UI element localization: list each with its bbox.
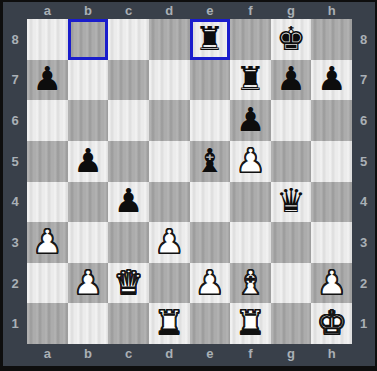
piece-white-king[interactable]: ♚ [317,306,347,339]
file-labels-bottom: abcdefgh [27,344,352,366]
coord-label-h: h [311,344,352,366]
piece-black-queen[interactable]: ♛ [276,184,306,217]
piece-black-pawn[interactable]: ♟ [317,62,347,95]
piece-black-pawn[interactable]: ♟ [276,62,306,95]
square-f4[interactable] [230,182,271,223]
chess-board: ♜♚♟♜♟♟♟♟♝♟♟♛♟♟♟♛♟♝♟♜♜♚ [27,19,352,344]
chess-board-widget: abcdefgh 87654321 ♜♚♟♜♟♟♟♟♝♟♟♛♟♟♟♛♟♝♟♜♜♚… [0,0,377,371]
coord-label-4: 4 [352,182,375,223]
piece-black-rook[interactable]: ♜ [236,62,266,95]
coord-label-a: a [27,2,68,19]
square-c5[interactable] [108,141,149,182]
coord-label-f: f [230,344,271,366]
file-labels-top: abcdefgh [27,2,352,19]
coord-label-2: 2 [352,263,375,304]
square-g5[interactable] [271,141,312,182]
square-e3[interactable] [190,222,231,263]
coord-label-e: e [190,344,231,366]
piece-white-pawn[interactable]: ♟ [33,225,63,258]
coord-label-4: 4 [3,182,27,223]
coord-label-e: e [190,2,231,19]
square-h2[interactable]: ♟ [311,263,352,304]
square-b2[interactable]: ♟ [68,263,109,304]
square-c6[interactable] [108,100,149,141]
square-b7[interactable] [68,60,109,101]
square-g3[interactable] [271,222,312,263]
coord-label-5: 5 [352,141,375,182]
square-f1[interactable]: ♜ [230,303,271,344]
square-g2[interactable] [271,263,312,304]
coord-label-f: f [230,2,271,19]
square-a5[interactable] [27,141,68,182]
square-c4[interactable]: ♟ [108,182,149,223]
square-c7[interactable] [108,60,149,101]
coord-label-5: 5 [3,141,27,182]
corner-bottom-right [352,344,375,366]
square-e2[interactable]: ♟ [190,263,231,304]
square-h6[interactable] [311,100,352,141]
coord-label-b: b [68,2,109,19]
board-frame: abcdefgh 87654321 ♜♚♟♜♟♟♟♟♝♟♟♛♟♟♟♛♟♝♟♜♜♚… [3,2,375,366]
square-h5[interactable] [311,141,352,182]
square-a7[interactable]: ♟ [27,60,68,101]
square-a4[interactable] [27,182,68,223]
square-b1[interactable] [68,303,109,344]
square-c1[interactable] [108,303,149,344]
piece-black-pawn[interactable]: ♟ [236,103,266,136]
square-d6[interactable] [149,100,190,141]
square-b8[interactable] [68,19,109,60]
piece-white-pawn[interactable]: ♟ [154,225,184,258]
coord-label-8: 8 [352,19,375,60]
piece-white-pawn[interactable]: ♟ [317,266,347,299]
square-h1[interactable]: ♚ [311,303,352,344]
corner-bottom-left [3,344,27,366]
square-a2[interactable] [27,263,68,304]
coord-label-8: 8 [3,19,27,60]
square-f5[interactable]: ♟ [230,141,271,182]
coord-label-h: h [311,2,352,19]
coord-label-1: 1 [352,303,375,344]
piece-white-pawn[interactable]: ♟ [195,266,225,299]
piece-black-bishop[interactable]: ♝ [195,144,225,177]
coord-label-b: b [68,344,109,366]
square-g6[interactable] [271,100,312,141]
square-g4[interactable]: ♛ [271,182,312,223]
square-d8[interactable] [149,19,190,60]
piece-white-rook[interactable]: ♜ [236,306,266,339]
square-a8[interactable] [27,19,68,60]
coord-label-c: c [108,344,149,366]
square-c3[interactable] [108,222,149,263]
square-d4[interactable] [149,182,190,223]
coord-label-g: g [271,2,312,19]
square-d3[interactable]: ♟ [149,222,190,263]
square-d2[interactable] [149,263,190,304]
square-d5[interactable] [149,141,190,182]
square-g7[interactable]: ♟ [271,60,312,101]
square-e5[interactable]: ♝ [190,141,231,182]
coord-label-6: 6 [3,100,27,141]
rank-labels-right: 87654321 [352,19,375,344]
square-a3[interactable]: ♟ [27,222,68,263]
coord-label-c: c [108,2,149,19]
coord-label-3: 3 [3,222,27,263]
piece-white-pawn[interactable]: ♟ [236,144,266,177]
coord-label-7: 7 [3,60,27,101]
square-b4[interactable] [68,182,109,223]
square-g1[interactable] [271,303,312,344]
square-g8[interactable]: ♚ [271,19,312,60]
square-f2[interactable]: ♝ [230,263,271,304]
coord-label-d: d [149,2,190,19]
coord-label-g: g [271,344,312,366]
square-f7[interactable]: ♜ [230,60,271,101]
square-e6[interactable] [190,100,231,141]
coord-label-a: a [27,344,68,366]
piece-black-pawn[interactable]: ♟ [114,184,144,217]
corner-top-left [3,2,27,19]
piece-white-bishop[interactable]: ♝ [236,266,266,299]
square-c8[interactable] [108,19,149,60]
square-b3[interactable] [68,222,109,263]
square-e1[interactable] [190,303,231,344]
square-a1[interactable] [27,303,68,344]
piece-black-pawn[interactable]: ♟ [33,62,63,95]
coord-label-1: 1 [3,303,27,344]
piece-white-rook[interactable]: ♜ [154,306,184,339]
corner-top-right [352,2,375,19]
square-f8[interactable] [230,19,271,60]
square-f3[interactable] [230,222,271,263]
square-h8[interactable] [311,19,352,60]
square-b6[interactable] [68,100,109,141]
coord-label-3: 3 [352,222,375,263]
square-c2[interactable]: ♛ [108,263,149,304]
square-b5[interactable]: ♟ [68,141,109,182]
square-d7[interactable] [149,60,190,101]
piece-black-rook[interactable]: ♜ [195,22,225,55]
rank-labels-left: 87654321 [3,19,27,344]
square-e8[interactable]: ♜ [190,19,231,60]
piece-white-pawn[interactable]: ♟ [73,266,103,299]
square-h3[interactable] [311,222,352,263]
square-h4[interactable] [311,182,352,223]
square-h7[interactable]: ♟ [311,60,352,101]
coord-label-6: 6 [352,100,375,141]
square-e7[interactable] [190,60,231,101]
coord-label-7: 7 [352,60,375,101]
square-d1[interactable]: ♜ [149,303,190,344]
piece-white-queen[interactable]: ♛ [114,266,144,299]
square-f6[interactable]: ♟ [230,100,271,141]
square-a6[interactable] [27,100,68,141]
square-e4[interactable] [190,182,231,223]
piece-black-pawn[interactable]: ♟ [73,144,103,177]
coord-label-d: d [149,344,190,366]
coord-label-2: 2 [3,263,27,304]
piece-black-king[interactable]: ♚ [276,22,306,55]
